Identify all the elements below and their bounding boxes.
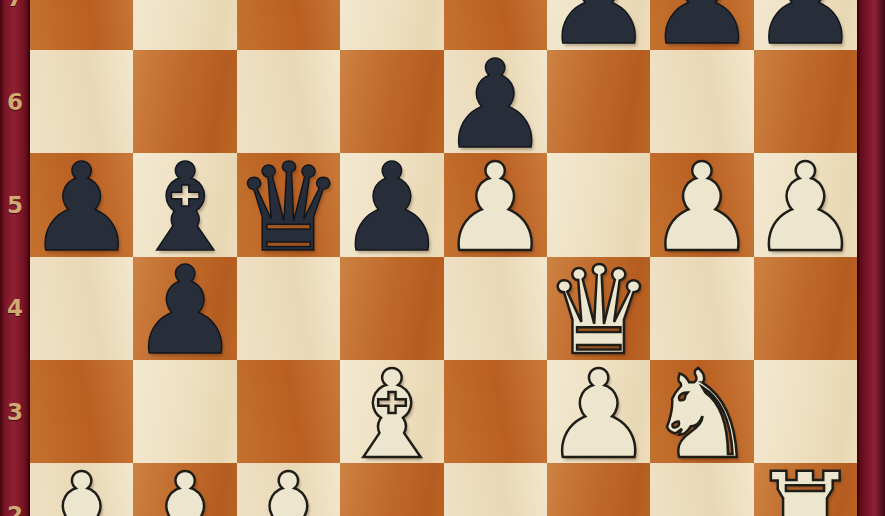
white-pawn-icon[interactable]: ♟ bbox=[444, 156, 547, 259]
square-c5[interactable]: ♛ bbox=[237, 153, 340, 256]
square-g7[interactable]: ♟ bbox=[650, 0, 753, 50]
chess-board: ♟♟♟♟♟♝♛♟♟♟♟♟♛♝♟♞♟♟♟♜ bbox=[30, 0, 857, 516]
rank-label-5: 5 bbox=[0, 153, 27, 256]
white-pawn-icon[interactable]: ♟ bbox=[754, 156, 857, 259]
white-pawn-icon[interactable]: ♟ bbox=[133, 466, 236, 516]
black-pawn-icon[interactable]: ♟ bbox=[754, 0, 857, 53]
square-e3[interactable] bbox=[444, 360, 547, 463]
square-f7[interactable]: ♟ bbox=[547, 0, 650, 50]
square-a2[interactable]: ♟ bbox=[30, 463, 133, 516]
black-pawn-icon[interactable]: ♟ bbox=[133, 260, 236, 363]
white-pawn-icon[interactable]: ♟ bbox=[650, 156, 753, 259]
square-c2[interactable]: ♟ bbox=[237, 463, 340, 516]
black-pawn-icon[interactable]: ♟ bbox=[650, 0, 753, 53]
white-pawn-icon[interactable]: ♟ bbox=[547, 363, 650, 466]
square-a5[interactable]: ♟ bbox=[30, 153, 133, 256]
square-g2[interactable] bbox=[650, 463, 753, 516]
square-c7[interactable] bbox=[237, 0, 340, 50]
square-b7[interactable] bbox=[133, 0, 236, 50]
square-h5[interactable]: ♟ bbox=[754, 153, 857, 256]
white-rook-icon[interactable]: ♜ bbox=[754, 466, 857, 516]
square-b4[interactable]: ♟ bbox=[133, 257, 236, 360]
square-h2[interactable]: ♜ bbox=[754, 463, 857, 516]
white-knight-icon[interactable]: ♞ bbox=[650, 363, 753, 466]
rank-label-6: 6 bbox=[0, 50, 27, 153]
board-right-border bbox=[857, 0, 885, 516]
black-pawn-icon[interactable]: ♟ bbox=[30, 156, 133, 259]
square-e4[interactable] bbox=[444, 257, 547, 360]
square-d7[interactable] bbox=[340, 0, 443, 50]
chess-board-viewport: ♟♟♟♟♟♝♛♟♟♟♟♟♛♝♟♞♟♟♟♜ 765432 bbox=[0, 0, 885, 516]
square-h7[interactable]: ♟ bbox=[754, 0, 857, 50]
square-d5[interactable]: ♟ bbox=[340, 153, 443, 256]
square-g5[interactable]: ♟ bbox=[650, 153, 753, 256]
square-f6[interactable] bbox=[547, 50, 650, 153]
square-d2[interactable] bbox=[340, 463, 443, 516]
white-pawn-icon[interactable]: ♟ bbox=[237, 466, 340, 516]
black-pawn-icon[interactable]: ♟ bbox=[340, 156, 443, 259]
rank-label-3: 3 bbox=[0, 360, 27, 463]
square-a7[interactable] bbox=[30, 0, 133, 50]
square-f3[interactable]: ♟ bbox=[547, 360, 650, 463]
rank-label-2: 2 bbox=[0, 463, 27, 516]
rank-label-4: 4 bbox=[0, 257, 27, 360]
rank-label-7: 7 bbox=[0, 0, 27, 50]
white-pawn-icon[interactable]: ♟ bbox=[30, 466, 133, 516]
square-g3[interactable]: ♞ bbox=[650, 360, 753, 463]
black-pawn-icon[interactable]: ♟ bbox=[547, 0, 650, 53]
square-d3[interactable]: ♝ bbox=[340, 360, 443, 463]
white-bishop-icon[interactable]: ♝ bbox=[340, 363, 443, 466]
square-c4[interactable] bbox=[237, 257, 340, 360]
square-e5[interactable]: ♟ bbox=[444, 153, 547, 256]
square-f2[interactable] bbox=[547, 463, 650, 516]
square-b2[interactable]: ♟ bbox=[133, 463, 236, 516]
board-left-border: 765432 bbox=[0, 0, 30, 516]
square-a4[interactable] bbox=[30, 257, 133, 360]
square-e2[interactable] bbox=[444, 463, 547, 516]
square-h4[interactable] bbox=[754, 257, 857, 360]
black-queen-icon[interactable]: ♛ bbox=[237, 156, 340, 259]
